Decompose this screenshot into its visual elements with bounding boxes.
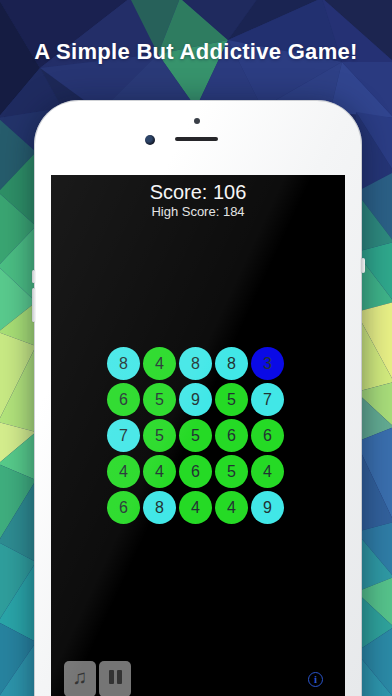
- iphone-mockup: Score: 106 High Score: 184 8488365957755…: [34, 100, 362, 696]
- tile-green-6[interactable]: 6: [107, 383, 140, 416]
- app-store-screenshot: A Simple But Addictive Game! Score: 106 …: [0, 0, 392, 696]
- tagline: A Simple But Addictive Game!: [0, 39, 392, 65]
- game-screen: Score: 106 High Score: 184 8488365957755…: [51, 175, 345, 696]
- tile-green-5[interactable]: 5: [215, 455, 248, 488]
- tile-cyan-7[interactable]: 7: [107, 419, 140, 452]
- volume-button: [32, 288, 36, 322]
- tile-blue-3[interactable]: 3: [251, 347, 284, 380]
- pause-button[interactable]: [99, 661, 131, 696]
- tile-green-4[interactable]: 4: [215, 491, 248, 524]
- tile-cyan-7[interactable]: 7: [251, 383, 284, 416]
- pause-icon: [117, 670, 122, 684]
- earpiece-speaker: [175, 137, 218, 141]
- info-button[interactable]: i: [308, 672, 323, 687]
- tile-cyan-8[interactable]: 8: [107, 347, 140, 380]
- pause-icon: [109, 670, 114, 684]
- music-note-icon: ♫: [73, 667, 88, 687]
- tile-cyan-8[interactable]: 8: [143, 491, 176, 524]
- mute-switch: [32, 270, 36, 283]
- tile-green-6[interactable]: 6: [179, 455, 212, 488]
- tile-green-4[interactable]: 4: [179, 491, 212, 524]
- tile-green-5[interactable]: 5: [215, 383, 248, 416]
- tile-green-5[interactable]: 5: [143, 383, 176, 416]
- tile-cyan-8[interactable]: 8: [179, 347, 212, 380]
- tile-green-5[interactable]: 5: [143, 419, 176, 452]
- front-camera-icon: [145, 135, 155, 145]
- tile-cyan-8[interactable]: 8: [215, 347, 248, 380]
- info-icon: i: [314, 674, 317, 685]
- tile-green-4[interactable]: 4: [251, 455, 284, 488]
- tile-green-4[interactable]: 4: [143, 455, 176, 488]
- tile-green-4[interactable]: 4: [143, 347, 176, 380]
- tile-green-5[interactable]: 5: [179, 419, 212, 452]
- tile-green-6[interactable]: 6: [215, 419, 248, 452]
- music-toggle-button[interactable]: ♫: [64, 661, 96, 696]
- tile-grid: 8488365957755664465468449: [107, 347, 284, 524]
- proximity-sensor-dot: [194, 118, 200, 124]
- tile-green-6[interactable]: 6: [251, 419, 284, 452]
- power-button: [361, 258, 365, 273]
- tile-green-4[interactable]: 4: [107, 455, 140, 488]
- score-label: Score: 106: [51, 181, 345, 204]
- tile-green-6[interactable]: 6: [107, 491, 140, 524]
- tile-cyan-9[interactable]: 9: [251, 491, 284, 524]
- high-score-label: High Score: 184: [51, 204, 345, 219]
- tile-cyan-9[interactable]: 9: [179, 383, 212, 416]
